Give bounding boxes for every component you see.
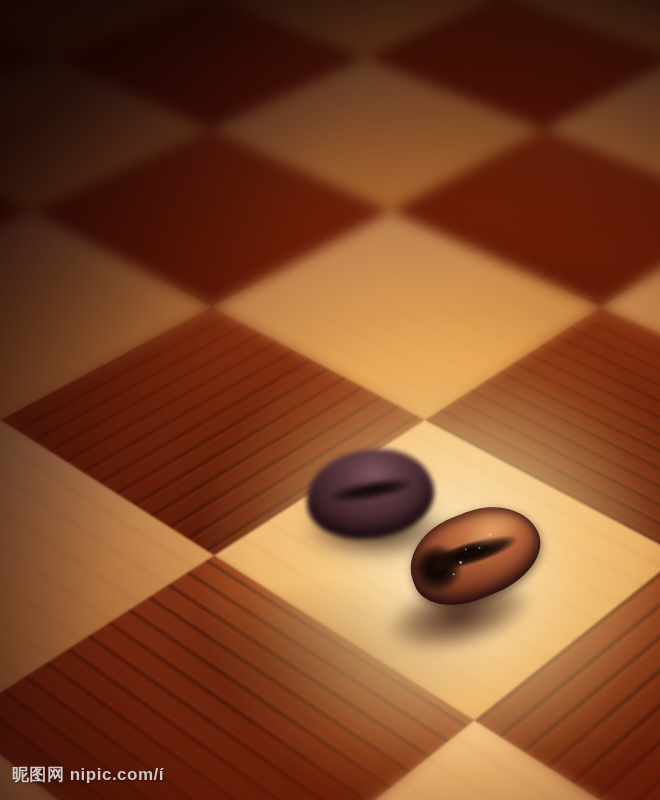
checkerboard-blurred-copy: [0, 0, 660, 800]
bean-crease: [315, 470, 427, 510]
watermark: 昵图网 nipic.com/í: [12, 763, 164, 786]
checkerboard-photo-scene: 昵图网 nipic.com/í: [0, 0, 660, 800]
watermark-text: 昵图网 nipic.com/í: [12, 765, 164, 784]
board-layer-defocus: [0, 0, 660, 800]
